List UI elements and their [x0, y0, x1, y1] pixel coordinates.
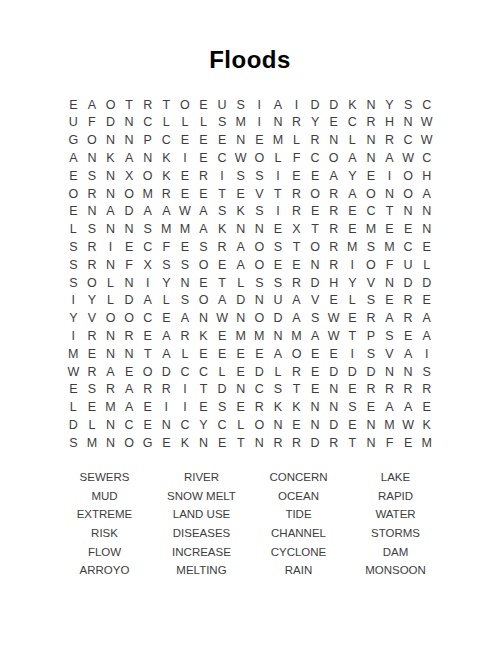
grid-cell[interactable]: T [120, 96, 139, 114]
grid-cell[interactable]: A [343, 149, 362, 167]
grid-cell[interactable]: R [362, 381, 381, 399]
grid-cell[interactable]: N [417, 221, 436, 239]
grid-cell[interactable]: I [176, 399, 195, 417]
grid-cell[interactable]: I [157, 399, 176, 417]
grid-cell[interactable]: E [343, 416, 362, 434]
grid-cell[interactable]: I [380, 167, 399, 185]
grid-cell[interactable]: E [250, 132, 269, 150]
grid-cell[interactable]: S [269, 274, 288, 292]
grid-cell[interactable]: O [250, 149, 269, 167]
grid-cell[interactable]: N [250, 292, 269, 310]
grid-cell[interactable]: L [176, 345, 195, 363]
grid-cell[interactable]: R [399, 292, 418, 310]
grid-cell[interactable]: S [343, 399, 362, 417]
grid-cell[interactable]: O [250, 416, 269, 434]
grid-cell[interactable]: M [380, 416, 399, 434]
grid-cell[interactable]: D [306, 434, 325, 452]
grid-cell[interactable]: E [194, 274, 213, 292]
grid-cell[interactable]: Y [194, 416, 213, 434]
grid-cell[interactable]: A [64, 149, 83, 167]
grid-cell[interactable]: A [417, 185, 436, 203]
grid-cell[interactable]: D [324, 96, 343, 114]
grid-cell[interactable]: S [213, 114, 232, 132]
grid-cell[interactable]: E [417, 238, 436, 256]
grid-cell[interactable]: I [176, 381, 195, 399]
grid-cell[interactable]: N [362, 132, 381, 150]
grid-cell[interactable]: E [157, 434, 176, 452]
grid-cell[interactable]: I [269, 167, 288, 185]
grid-cell[interactable]: E [157, 310, 176, 328]
grid-cell[interactable]: E [194, 399, 213, 417]
grid-cell[interactable]: D [157, 363, 176, 381]
grid-cell[interactable]: R [324, 434, 343, 452]
grid-cell[interactable]: O [306, 185, 325, 203]
grid-cell[interactable]: T [287, 238, 306, 256]
grid-cell[interactable]: M [380, 238, 399, 256]
grid-cell[interactable]: K [101, 149, 120, 167]
grid-cell[interactable]: E [64, 167, 83, 185]
grid-cell[interactable]: L [64, 399, 83, 417]
grid-cell[interactable]: C [250, 381, 269, 399]
grid-cell[interactable]: T [157, 96, 176, 114]
grid-cell[interactable]: D [213, 381, 232, 399]
grid-cell[interactable]: S [306, 310, 325, 328]
grid-cell[interactable]: O [250, 256, 269, 274]
grid-cell[interactable]: E [362, 167, 381, 185]
grid-cell[interactable]: O [287, 345, 306, 363]
grid-cell[interactable]: E [362, 399, 381, 417]
grid-cell[interactable]: N [83, 203, 102, 221]
grid-cell[interactable]: S [250, 274, 269, 292]
grid-cell[interactable]: R [101, 381, 120, 399]
grid-cell[interactable]: N [101, 221, 120, 239]
grid-cell[interactable]: R [380, 381, 399, 399]
grid-cell[interactable]: S [231, 96, 250, 114]
grid-cell[interactable]: I [101, 238, 120, 256]
grid-cell[interactable]: V [306, 292, 325, 310]
grid-cell[interactable]: E [380, 221, 399, 239]
grid-cell[interactable]: E [83, 399, 102, 417]
grid-cell[interactable]: M [231, 327, 250, 345]
grid-cell[interactable]: S [362, 292, 381, 310]
grid-cell[interactable]: Y [83, 292, 102, 310]
grid-cell[interactable]: K [269, 399, 288, 417]
grid-cell[interactable]: L [176, 114, 195, 132]
grid-cell[interactable]: Y [343, 274, 362, 292]
grid-cell[interactable]: N [101, 256, 120, 274]
grid-cell[interactable]: I [64, 327, 83, 345]
grid-cell[interactable]: E [231, 345, 250, 363]
grid-cell[interactable]: A [157, 327, 176, 345]
grid-cell[interactable]: E [324, 292, 343, 310]
grid-cell[interactable]: D [231, 292, 250, 310]
grid-cell[interactable]: A [231, 256, 250, 274]
grid-cell[interactable]: R [157, 381, 176, 399]
grid-cell[interactable]: C [399, 132, 418, 150]
grid-cell[interactable]: E [231, 185, 250, 203]
grid-cell[interactable]: C [138, 310, 157, 328]
grid-cell[interactable]: O [64, 185, 83, 203]
grid-cell[interactable]: D [306, 96, 325, 114]
grid-cell[interactable]: E [138, 399, 157, 417]
grid-cell[interactable]: E [343, 381, 362, 399]
grid-cell[interactable]: C [417, 96, 436, 114]
grid-cell[interactable]: E [269, 256, 288, 274]
grid-cell[interactable]: R [194, 167, 213, 185]
grid-cell[interactable]: L [343, 292, 362, 310]
grid-cell[interactable]: A [176, 310, 195, 328]
grid-cell[interactable]: R [380, 132, 399, 150]
grid-cell[interactable]: O [138, 167, 157, 185]
grid-cell[interactable]: N [120, 345, 139, 363]
grid-cell[interactable]: D [343, 363, 362, 381]
grid-cell[interactable]: S [64, 434, 83, 452]
grid-cell[interactable]: O [176, 96, 195, 114]
grid-cell[interactable]: M [417, 434, 436, 452]
grid-cell[interactable]: A [380, 399, 399, 417]
grid-cell[interactable]: L [231, 274, 250, 292]
grid-cell[interactable]: R [287, 363, 306, 381]
grid-cell[interactable]: A [287, 310, 306, 328]
grid-cell[interactable]: I [138, 274, 157, 292]
grid-cell[interactable]: H [417, 167, 436, 185]
grid-cell[interactable]: S [269, 238, 288, 256]
grid-cell[interactable]: L [343, 132, 362, 150]
grid-cell[interactable]: F [120, 256, 139, 274]
grid-cell[interactable]: T [213, 185, 232, 203]
grid-cell[interactable]: T [213, 274, 232, 292]
grid-cell[interactable]: R [324, 221, 343, 239]
grid-cell[interactable]: W [417, 114, 436, 132]
grid-cell[interactable]: N [120, 274, 139, 292]
grid-cell[interactable]: L [157, 292, 176, 310]
grid-cell[interactable]: O [83, 274, 102, 292]
grid-cell[interactable]: N [399, 203, 418, 221]
grid-cell[interactable]: N [269, 416, 288, 434]
grid-cell[interactable]: N [306, 416, 325, 434]
grid-cell[interactable]: R [157, 185, 176, 203]
grid-cell[interactable]: F [157, 238, 176, 256]
grid-cell[interactable]: I [64, 292, 83, 310]
grid-cell[interactable]: E [287, 416, 306, 434]
grid-cell[interactable]: N [269, 114, 288, 132]
grid-cell[interactable]: N [231, 221, 250, 239]
grid-cell[interactable]: L [83, 416, 102, 434]
grid-cell[interactable]: N [231, 132, 250, 150]
grid-cell[interactable]: T [269, 185, 288, 203]
grid-cell[interactable]: N [362, 416, 381, 434]
grid-cell[interactable]: R [287, 185, 306, 203]
grid-cell[interactable]: D [64, 416, 83, 434]
grid-cell[interactable]: S [269, 381, 288, 399]
grid-cell[interactable]: S [380, 327, 399, 345]
grid-cell[interactable]: L [231, 416, 250, 434]
grid-cell[interactable]: R [213, 238, 232, 256]
grid-cell[interactable]: S [417, 363, 436, 381]
grid-cell[interactable]: O [194, 256, 213, 274]
grid-cell[interactable]: C [343, 114, 362, 132]
grid-cell[interactable]: A [306, 327, 325, 345]
grid-cell[interactable]: E [287, 256, 306, 274]
grid-cell[interactable]: N [380, 274, 399, 292]
grid-cell[interactable]: R [287, 114, 306, 132]
grid-cell[interactable]: Y [306, 114, 325, 132]
grid-cell[interactable]: M [287, 327, 306, 345]
grid-cell[interactable]: E [120, 363, 139, 381]
grid-cell[interactable]: O [120, 434, 139, 452]
grid-cell[interactable]: N [250, 221, 269, 239]
grid-cell[interactable]: R [287, 203, 306, 221]
grid-cell[interactable]: R [287, 274, 306, 292]
grid-cell[interactable]: V [83, 310, 102, 328]
grid-cell[interactable]: O [120, 310, 139, 328]
grid-cell[interactable]: K [417, 416, 436, 434]
grid-cell[interactable]: E [176, 238, 195, 256]
grid-cell[interactable]: O [83, 132, 102, 150]
grid-cell[interactable]: W [324, 310, 343, 328]
grid-cell[interactable]: A [417, 327, 436, 345]
grid-cell[interactable]: K [343, 96, 362, 114]
grid-cell[interactable]: S [83, 381, 102, 399]
grid-cell[interactable]: R [324, 203, 343, 221]
grid-cell[interactable]: N [362, 96, 381, 114]
grid-cell[interactable]: N [120, 221, 139, 239]
grid-cell[interactable]: D [269, 310, 288, 328]
grid-cell[interactable]: R [250, 399, 269, 417]
grid-cell[interactable]: A [399, 399, 418, 417]
grid-cell[interactable]: K [287, 399, 306, 417]
grid-cell[interactable]: C [176, 416, 195, 434]
grid-cell[interactable]: L [101, 292, 120, 310]
grid-cell[interactable]: K [213, 221, 232, 239]
grid-cell[interactable]: T [194, 381, 213, 399]
grid-cell[interactable]: D [324, 363, 343, 381]
grid-cell[interactable]: S [250, 203, 269, 221]
grid-cell[interactable]: W [417, 132, 436, 150]
grid-cell[interactable]: R [138, 381, 157, 399]
grid-cell[interactable]: E [64, 203, 83, 221]
grid-cell[interactable]: G [138, 434, 157, 452]
grid-cell[interactable]: C [176, 363, 195, 381]
grid-cell[interactable]: S [138, 221, 157, 239]
grid-cell[interactable]: D [250, 363, 269, 381]
grid-cell[interactable]: C [306, 149, 325, 167]
grid-cell[interactable]: N [157, 416, 176, 434]
grid-cell[interactable]: Y [343, 167, 362, 185]
grid-cell[interactable]: A [324, 167, 343, 185]
grid-cell[interactable]: N [324, 399, 343, 417]
grid-cell[interactable]: X [120, 167, 139, 185]
grid-cell[interactable]: S [194, 238, 213, 256]
grid-cell[interactable]: E [213, 345, 232, 363]
grid-cell[interactable]: E [417, 399, 436, 417]
grid-cell[interactable]: M [138, 185, 157, 203]
grid-cell[interactable]: X [138, 256, 157, 274]
grid-cell[interactable]: D [362, 363, 381, 381]
grid-cell[interactable]: E [306, 381, 325, 399]
grid-cell[interactable]: L [64, 221, 83, 239]
grid-cell[interactable]: A [287, 292, 306, 310]
grid-cell[interactable]: N [362, 149, 381, 167]
grid-cell[interactable]: N [231, 310, 250, 328]
grid-cell[interactable]: I [417, 345, 436, 363]
grid-cell[interactable]: E [399, 327, 418, 345]
grid-cell[interactable]: W [399, 149, 418, 167]
grid-cell[interactable]: S [213, 203, 232, 221]
grid-cell[interactable]: R [324, 238, 343, 256]
grid-cell[interactable]: V [362, 274, 381, 292]
grid-cell[interactable]: H [324, 274, 343, 292]
grid-cell[interactable]: O [362, 185, 381, 203]
grid-cell[interactable]: V [380, 345, 399, 363]
grid-cell[interactable]: L [269, 149, 288, 167]
grid-cell[interactable]: S [157, 256, 176, 274]
grid-cell[interactable]: M [101, 399, 120, 417]
grid-cell[interactable]: D [306, 274, 325, 292]
grid-cell[interactable]: V [250, 185, 269, 203]
grid-cell[interactable]: A [138, 203, 157, 221]
grid-cell[interactable]: N [101, 167, 120, 185]
grid-cell[interactable]: K [176, 434, 195, 452]
grid-cell[interactable]: M [83, 434, 102, 452]
grid-cell[interactable]: R [138, 96, 157, 114]
grid-cell[interactable]: O [324, 149, 343, 167]
grid-cell[interactable]: K [194, 327, 213, 345]
grid-cell[interactable]: X [287, 221, 306, 239]
grid-cell[interactable]: R [269, 434, 288, 452]
grid-cell[interactable]: E [287, 167, 306, 185]
grid-cell[interactable]: A [343, 185, 362, 203]
grid-cell[interactable]: O [101, 310, 120, 328]
grid-cell[interactable]: R [324, 185, 343, 203]
grid-cell[interactable]: W [324, 327, 343, 345]
grid-cell[interactable]: K [231, 203, 250, 221]
grid-cell[interactable]: P [138, 132, 157, 150]
grid-cell[interactable]: A [194, 203, 213, 221]
grid-cell[interactable]: M [157, 221, 176, 239]
grid-cell[interactable]: N [250, 434, 269, 452]
grid-cell[interactable]: O [362, 256, 381, 274]
grid-cell[interactable]: E [138, 327, 157, 345]
grid-cell[interactable]: E [176, 185, 195, 203]
grid-cell[interactable]: E [306, 203, 325, 221]
grid-cell[interactable]: E [176, 167, 195, 185]
grid-cell[interactable]: E [138, 416, 157, 434]
grid-cell[interactable]: R [417, 381, 436, 399]
grid-cell[interactable]: E [213, 434, 232, 452]
grid-cell[interactable]: N [120, 132, 139, 150]
grid-cell[interactable]: E [306, 363, 325, 381]
grid-cell[interactable]: L [194, 114, 213, 132]
grid-cell[interactable]: T [343, 434, 362, 452]
grid-cell[interactable]: R [399, 310, 418, 328]
grid-cell[interactable]: N [101, 132, 120, 150]
grid-cell[interactable]: W [176, 203, 195, 221]
grid-cell[interactable]: N [380, 185, 399, 203]
grid-cell[interactable]: S [83, 221, 102, 239]
grid-cell[interactable]: U [213, 96, 232, 114]
grid-cell[interactable]: E [343, 203, 362, 221]
grid-cell[interactable]: A [269, 345, 288, 363]
grid-cell[interactable]: M [64, 345, 83, 363]
grid-cell[interactable]: T [231, 434, 250, 452]
grid-cell[interactable]: R [306, 132, 325, 150]
grid-cell[interactable]: I [343, 345, 362, 363]
grid-cell[interactable]: R [83, 185, 102, 203]
grid-cell[interactable]: I [250, 114, 269, 132]
grid-cell[interactable]: S [362, 238, 381, 256]
grid-cell[interactable]: C [399, 238, 418, 256]
grid-cell[interactable]: N [380, 363, 399, 381]
grid-cell[interactable]: A [380, 310, 399, 328]
grid-cell[interactable]: K [157, 167, 176, 185]
grid-cell[interactable]: E [231, 363, 250, 381]
grid-cell[interactable]: C [138, 114, 157, 132]
grid-cell[interactable]: Y [157, 274, 176, 292]
grid-cell[interactable]: E [83, 345, 102, 363]
grid-cell[interactable]: N [306, 256, 325, 274]
grid-cell[interactable]: N [176, 274, 195, 292]
grid-cell[interactable]: D [101, 114, 120, 132]
grid-cell[interactable]: C [120, 416, 139, 434]
grid-cell[interactable]: T [306, 221, 325, 239]
grid-cell[interactable]: F [380, 256, 399, 274]
grid-cell[interactable]: A [120, 399, 139, 417]
grid-cell[interactable]: E [176, 132, 195, 150]
grid-cell[interactable]: E [194, 345, 213, 363]
grid-cell[interactable]: R [362, 114, 381, 132]
grid-cell[interactable]: P [362, 327, 381, 345]
grid-cell[interactable]: R [362, 310, 381, 328]
grid-cell[interactable]: N [362, 434, 381, 452]
grid-cell[interactable]: L [417, 256, 436, 274]
grid-cell[interactable]: E [399, 221, 418, 239]
grid-cell[interactable]: W [213, 310, 232, 328]
grid-cell[interactable]: O [399, 185, 418, 203]
grid-cell[interactable]: R [287, 434, 306, 452]
grid-cell[interactable]: A [101, 363, 120, 381]
grid-cell[interactable]: A [194, 221, 213, 239]
grid-cell[interactable]: S [250, 167, 269, 185]
grid-cell[interactable]: S [362, 345, 381, 363]
grid-cell[interactable]: E [213, 327, 232, 345]
grid-cell[interactable]: N [399, 363, 418, 381]
grid-cell[interactable]: N [120, 114, 139, 132]
grid-cell[interactable]: T [138, 345, 157, 363]
grid-cell[interactable]: S [64, 274, 83, 292]
grid-cell[interactable]: E [194, 96, 213, 114]
grid-cell[interactable]: S [64, 238, 83, 256]
grid-cell[interactable]: I [269, 203, 288, 221]
grid-cell[interactable]: E [324, 345, 343, 363]
grid-cell[interactable]: A [101, 203, 120, 221]
grid-cell[interactable]: C [138, 238, 157, 256]
grid-cell[interactable]: D [120, 203, 139, 221]
grid-cell[interactable]: L [213, 363, 232, 381]
grid-cell[interactable]: A [380, 149, 399, 167]
grid-cell[interactable]: N [417, 203, 436, 221]
grid-cell[interactable]: A [83, 96, 102, 114]
grid-cell[interactable]: A [120, 381, 139, 399]
grid-cell[interactable]: O [306, 238, 325, 256]
grid-cell[interactable]: A [213, 292, 232, 310]
grid-cell[interactable]: S [83, 167, 102, 185]
grid-cell[interactable]: C [194, 363, 213, 381]
grid-cell[interactable]: A [138, 292, 157, 310]
grid-cell[interactable]: Y [64, 310, 83, 328]
grid-cell[interactable]: M [176, 221, 195, 239]
grid-cell[interactable]: E [120, 238, 139, 256]
